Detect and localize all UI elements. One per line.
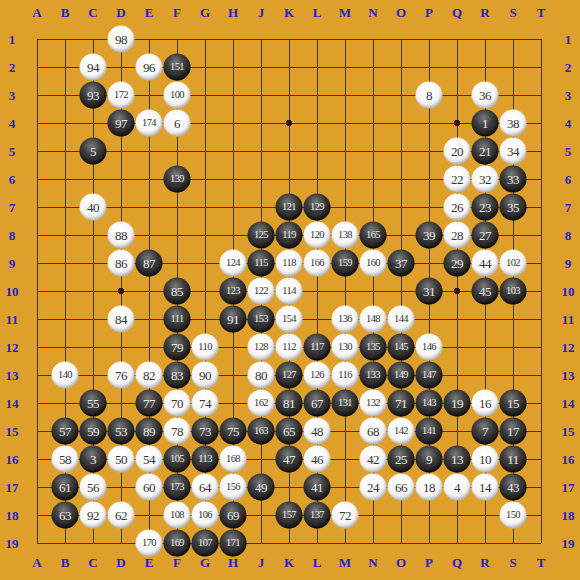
stone-black-S6: 33 — [500, 166, 527, 193]
stone-white-L13: 126 — [304, 362, 331, 389]
stone-black-O9: 37 — [388, 250, 415, 277]
column-label-top-O: O — [396, 6, 406, 19]
stone-black-L12: 117 — [304, 334, 331, 361]
move-number: 19 — [451, 397, 463, 410]
stone-white-Q7: 26 — [444, 194, 471, 221]
row-label-left-19: 19 — [6, 537, 19, 550]
move-number: 156 — [226, 482, 240, 493]
stone-white-C7: 40 — [80, 194, 107, 221]
move-number: 146 — [422, 342, 436, 353]
move-number: 63 — [59, 509, 71, 522]
stone-black-H15: 75 — [220, 418, 247, 445]
move-number: 94 — [87, 61, 99, 74]
move-number: 61 — [59, 481, 71, 494]
move-number: 14 — [479, 481, 491, 494]
column-label-bottom-C: C — [88, 556, 97, 569]
row-label-left-16: 16 — [6, 453, 19, 466]
move-number: 20 — [451, 145, 463, 158]
row-label-left-3: 3 — [9, 89, 16, 102]
stone-black-K7: 121 — [276, 194, 303, 221]
stone-black-E14: 77 — [136, 390, 163, 417]
row-label-right-4: 4 — [565, 117, 572, 130]
column-label-bottom-R: R — [480, 556, 489, 569]
move-number: 53 — [115, 425, 127, 438]
move-number: 87 — [143, 257, 155, 270]
move-number: 16 — [479, 397, 491, 410]
move-number: 66 — [395, 481, 407, 494]
move-number: 151 — [170, 62, 184, 73]
move-number: 79 — [171, 341, 183, 354]
column-label-bottom-F: F — [173, 556, 181, 569]
move-number: 145 — [394, 342, 408, 353]
stone-black-L18: 137 — [304, 502, 331, 529]
move-number: 10 — [479, 453, 491, 466]
stone-white-M8: 138 — [332, 222, 359, 249]
row-label-left-2: 2 — [9, 61, 16, 74]
row-label-right-14: 14 — [562, 397, 575, 410]
move-number: 43 — [507, 481, 519, 494]
stone-white-D8: 88 — [108, 222, 135, 249]
move-number: 47 — [283, 453, 295, 466]
stone-white-E4: 174 — [136, 110, 163, 137]
stone-white-P17: 18 — [416, 474, 443, 501]
stone-black-S10: 103 — [500, 278, 527, 305]
stone-white-L15: 48 — [304, 418, 331, 445]
column-label-bottom-Q: Q — [452, 556, 462, 569]
star-point — [454, 120, 460, 126]
move-number: 136 — [338, 314, 352, 325]
move-number: 137 — [310, 510, 324, 521]
move-number: 60 — [143, 481, 155, 494]
column-label-top-Q: Q — [452, 6, 462, 19]
move-number: 55 — [87, 397, 99, 410]
row-label-left-1: 1 — [9, 33, 16, 46]
stone-black-K14: 81 — [276, 390, 303, 417]
stone-white-G13: 90 — [192, 362, 219, 389]
move-number: 15 — [507, 397, 519, 410]
stone-white-O17: 66 — [388, 474, 415, 501]
move-number: 41 — [311, 481, 323, 494]
stone-white-D1: 98 — [108, 26, 135, 53]
move-number: 18 — [423, 481, 435, 494]
stone-black-Q16: 13 — [444, 446, 471, 473]
move-number: 71 — [395, 397, 407, 410]
column-label-top-E: E — [145, 6, 154, 19]
move-number: 91 — [227, 313, 239, 326]
stone-black-R7: 23 — [472, 194, 499, 221]
stone-black-P15: 141 — [416, 418, 443, 445]
stone-black-C5: 5 — [80, 138, 107, 165]
stone-white-K11: 154 — [276, 306, 303, 333]
move-number: 40 — [87, 201, 99, 214]
stone-white-H16: 168 — [220, 446, 247, 473]
column-label-bottom-A: A — [32, 556, 41, 569]
move-number: 127 — [282, 370, 296, 381]
move-number: 25 — [395, 453, 407, 466]
column-label-bottom-J: J — [258, 556, 265, 569]
stone-white-R14: 16 — [472, 390, 499, 417]
row-label-left-12: 12 — [6, 341, 19, 354]
move-number: 160 — [366, 258, 380, 269]
move-number: 3 — [90, 453, 96, 466]
stone-black-P16: 9 — [416, 446, 443, 473]
stone-black-F12: 79 — [164, 334, 191, 361]
stone-black-O14: 71 — [388, 390, 415, 417]
column-label-top-J: J — [258, 6, 265, 19]
move-number: 50 — [115, 453, 127, 466]
move-number: 29 — [451, 257, 463, 270]
column-label-top-B: B — [61, 6, 70, 19]
row-label-left-5: 5 — [9, 145, 16, 158]
stone-black-O16: 25 — [388, 446, 415, 473]
stone-white-P12: 146 — [416, 334, 443, 361]
stone-white-N11: 148 — [360, 306, 387, 333]
move-number: 5 — [90, 145, 96, 158]
stone-black-F2: 151 — [164, 54, 191, 81]
move-number: 8 — [426, 89, 432, 102]
stone-white-J13: 80 — [248, 362, 275, 389]
stone-white-R16: 10 — [472, 446, 499, 473]
stone-white-G14: 74 — [192, 390, 219, 417]
stone-black-E9: 87 — [136, 250, 163, 277]
stone-white-F3: 100 — [164, 82, 191, 109]
move-number: 75 — [227, 425, 239, 438]
move-number: 165 — [366, 230, 380, 241]
move-number: 31 — [423, 285, 435, 298]
column-label-bottom-S: S — [509, 556, 516, 569]
move-number: 174 — [142, 118, 156, 129]
row-label-left-9: 9 — [9, 257, 16, 270]
move-number: 23 — [479, 201, 491, 214]
stone-black-P10: 31 — [416, 278, 443, 305]
stone-white-J14: 162 — [248, 390, 275, 417]
stone-black-E15: 89 — [136, 418, 163, 445]
stone-white-N17: 24 — [360, 474, 387, 501]
column-label-top-H: H — [228, 6, 238, 19]
stone-white-L8: 120 — [304, 222, 331, 249]
stone-black-J11: 153 — [248, 306, 275, 333]
move-number: 163 — [254, 426, 268, 437]
column-label-bottom-E: E — [145, 556, 154, 569]
move-number: 170 — [142, 538, 156, 549]
row-label-right-12: 12 — [562, 341, 575, 354]
column-label-top-K: K — [284, 6, 294, 19]
stone-white-S5: 34 — [500, 138, 527, 165]
stone-black-C3: 93 — [80, 82, 107, 109]
move-number: 68 — [367, 425, 379, 438]
row-label-right-9: 9 — [565, 257, 572, 270]
stone-black-R8: 27 — [472, 222, 499, 249]
move-number: 144 — [394, 314, 408, 325]
stone-black-J8: 125 — [248, 222, 275, 249]
stone-black-L17: 41 — [304, 474, 331, 501]
move-number: 105 — [170, 454, 184, 465]
stone-white-Q8: 28 — [444, 222, 471, 249]
row-label-right-3: 3 — [565, 89, 572, 102]
column-label-top-T: T — [537, 6, 546, 19]
stone-black-D15: 53 — [108, 418, 135, 445]
stone-white-D9: 86 — [108, 250, 135, 277]
row-label-right-18: 18 — [562, 509, 575, 522]
stone-black-O13: 149 — [388, 362, 415, 389]
move-number: 133 — [366, 370, 380, 381]
stone-white-D13: 76 — [108, 362, 135, 389]
move-number: 38 — [507, 117, 519, 130]
stone-black-N8: 165 — [360, 222, 387, 249]
stone-black-Q9: 29 — [444, 250, 471, 277]
stone-black-L7: 129 — [304, 194, 331, 221]
move-number: 11 — [507, 453, 519, 466]
move-number: 111 — [170, 314, 183, 325]
stone-black-M14: 131 — [332, 390, 359, 417]
stone-white-E19: 170 — [136, 530, 163, 557]
stone-black-R5: 21 — [472, 138, 499, 165]
stone-black-R15: 7 — [472, 418, 499, 445]
stone-white-M13: 116 — [332, 362, 359, 389]
stone-black-F19: 169 — [164, 530, 191, 557]
move-number: 100 — [170, 90, 184, 101]
stone-white-J10: 122 — [248, 278, 275, 305]
move-number: 154 — [282, 314, 296, 325]
column-label-bottom-T: T — [537, 556, 546, 569]
stone-white-F18: 108 — [164, 502, 191, 529]
stone-white-C18: 92 — [80, 502, 107, 529]
stone-white-F15: 78 — [164, 418, 191, 445]
stone-black-F17: 173 — [164, 474, 191, 501]
stone-white-G12: 110 — [192, 334, 219, 361]
column-label-bottom-K: K — [284, 556, 294, 569]
stone-white-S18: 150 — [500, 502, 527, 529]
move-number: 169 — [170, 538, 184, 549]
column-label-bottom-G: G — [200, 556, 210, 569]
stone-white-N9: 160 — [360, 250, 387, 277]
row-label-left-18: 18 — [6, 509, 19, 522]
move-number: 162 — [254, 398, 268, 409]
stone-white-F4: 6 — [164, 110, 191, 137]
move-number: 128 — [254, 342, 268, 353]
move-number: 84 — [115, 313, 127, 326]
column-label-bottom-N: N — [368, 556, 377, 569]
stone-black-L14: 67 — [304, 390, 331, 417]
move-number: 73 — [199, 425, 211, 438]
move-number: 80 — [255, 369, 267, 382]
move-number: 168 — [226, 454, 240, 465]
move-number: 45 — [479, 285, 491, 298]
stone-black-N13: 133 — [360, 362, 387, 389]
move-number: 112 — [282, 342, 296, 353]
stone-white-S4: 38 — [500, 110, 527, 137]
stone-white-B16: 58 — [52, 446, 79, 473]
go-board[interactable]: AABBCCDDEEFFGGHHJJKKLLMMNNOOPPQQRRSSTT11… — [0, 0, 580, 580]
move-number: 123 — [226, 286, 240, 297]
move-number: 120 — [310, 230, 324, 241]
move-number: 159 — [338, 258, 352, 269]
row-label-right-10: 10 — [562, 285, 575, 298]
move-number: 132 — [366, 398, 380, 409]
move-number: 59 — [87, 425, 99, 438]
stone-white-E16: 54 — [136, 446, 163, 473]
move-number: 24 — [367, 481, 379, 494]
stone-black-H18: 69 — [220, 502, 247, 529]
move-number: 102 — [506, 258, 520, 269]
move-number: 116 — [338, 370, 352, 381]
move-number: 173 — [170, 482, 184, 493]
stone-white-O11: 144 — [388, 306, 415, 333]
stone-black-S14: 15 — [500, 390, 527, 417]
move-number: 27 — [479, 229, 491, 242]
row-label-right-11: 11 — [562, 313, 574, 326]
move-number: 28 — [451, 229, 463, 242]
stone-black-J17: 49 — [248, 474, 275, 501]
stone-white-Q6: 22 — [444, 166, 471, 193]
stone-white-E2: 96 — [136, 54, 163, 81]
stone-black-R4: 1 — [472, 110, 499, 137]
stone-white-M11: 136 — [332, 306, 359, 333]
stone-black-G19: 107 — [192, 530, 219, 557]
row-label-left-6: 6 — [9, 173, 16, 186]
star-point — [118, 288, 124, 294]
move-number: 42 — [367, 453, 379, 466]
stone-black-B15: 57 — [52, 418, 79, 445]
row-label-right-8: 8 — [565, 229, 572, 242]
move-number: 35 — [507, 201, 519, 214]
move-number: 113 — [198, 454, 212, 465]
column-label-bottom-M: M — [339, 556, 351, 569]
stone-white-K9: 118 — [276, 250, 303, 277]
stone-white-R3: 36 — [472, 82, 499, 109]
stone-white-J12: 128 — [248, 334, 275, 361]
stone-white-D11: 84 — [108, 306, 135, 333]
stone-black-F10: 85 — [164, 278, 191, 305]
move-number: 157 — [282, 510, 296, 521]
column-label-bottom-D: D — [116, 556, 125, 569]
stone-black-J9: 115 — [248, 250, 275, 277]
stone-black-R10: 45 — [472, 278, 499, 305]
row-label-right-7: 7 — [565, 201, 572, 214]
stone-white-G17: 64 — [192, 474, 219, 501]
move-number: 82 — [143, 369, 155, 382]
move-number: 83 — [171, 369, 183, 382]
move-number: 67 — [311, 397, 323, 410]
stone-black-G16: 113 — [192, 446, 219, 473]
column-label-bottom-P: P — [425, 556, 433, 569]
stone-black-G15: 73 — [192, 418, 219, 445]
move-number: 33 — [507, 173, 519, 186]
move-number: 62 — [115, 509, 127, 522]
stone-white-N14: 132 — [360, 390, 387, 417]
move-number: 78 — [171, 425, 183, 438]
column-label-top-F: F — [173, 6, 181, 19]
move-number: 7 — [482, 425, 488, 438]
move-number: 130 — [338, 342, 352, 353]
stone-black-F11: 111 — [164, 306, 191, 333]
move-number: 46 — [311, 453, 323, 466]
move-number: 85 — [171, 285, 183, 298]
move-number: 98 — [115, 33, 127, 46]
column-label-top-P: P — [425, 6, 433, 19]
stone-white-E17: 60 — [136, 474, 163, 501]
move-number: 172 — [114, 90, 128, 101]
move-number: 58 — [59, 453, 71, 466]
star-point — [454, 288, 460, 294]
stone-white-R9: 44 — [472, 250, 499, 277]
stone-white-L16: 46 — [304, 446, 331, 473]
move-number: 119 — [282, 230, 296, 241]
stone-white-G18: 106 — [192, 502, 219, 529]
stone-black-H10: 123 — [220, 278, 247, 305]
stone-black-F16: 105 — [164, 446, 191, 473]
row-label-right-1: 1 — [565, 33, 572, 46]
move-number: 36 — [479, 89, 491, 102]
row-label-left-11: 11 — [6, 313, 18, 326]
move-number: 6 — [174, 117, 180, 130]
move-number: 150 — [506, 510, 520, 521]
move-number: 32 — [479, 173, 491, 186]
move-number: 39 — [423, 229, 435, 242]
move-number: 126 — [310, 370, 324, 381]
stone-black-S7: 35 — [500, 194, 527, 221]
move-number: 96 — [143, 61, 155, 74]
move-number: 4 — [454, 481, 460, 494]
stone-white-K12: 112 — [276, 334, 303, 361]
stone-black-N12: 135 — [360, 334, 387, 361]
move-number: 26 — [451, 201, 463, 214]
move-number: 9 — [426, 453, 432, 466]
stone-black-S15: 17 — [500, 418, 527, 445]
move-number: 138 — [338, 230, 352, 241]
move-number: 115 — [254, 258, 268, 269]
move-number: 131 — [338, 398, 352, 409]
stone-black-C15: 59 — [80, 418, 107, 445]
move-number: 89 — [143, 425, 155, 438]
move-number: 1 — [482, 117, 488, 130]
row-label-right-6: 6 — [565, 173, 572, 186]
column-label-bottom-O: O — [396, 556, 406, 569]
stone-white-H9: 124 — [220, 250, 247, 277]
move-number: 48 — [311, 425, 323, 438]
move-number: 21 — [479, 145, 491, 158]
move-number: 72 — [339, 509, 351, 522]
move-number: 76 — [115, 369, 127, 382]
move-number: 143 — [422, 398, 436, 409]
stone-black-K15: 65 — [276, 418, 303, 445]
move-number: 88 — [115, 229, 127, 242]
move-number: 142 — [394, 426, 408, 437]
stone-white-D16: 50 — [108, 446, 135, 473]
stone-white-M18: 72 — [332, 502, 359, 529]
row-label-left-10: 10 — [6, 285, 19, 298]
column-label-top-G: G — [200, 6, 210, 19]
move-number: 140 — [58, 370, 72, 381]
column-label-top-D: D — [116, 6, 125, 19]
stone-black-B18: 63 — [52, 502, 79, 529]
move-number: 13 — [451, 453, 463, 466]
move-number: 110 — [198, 342, 212, 353]
move-number: 135 — [366, 342, 380, 353]
move-number: 148 — [366, 314, 380, 325]
stone-black-K18: 157 — [276, 502, 303, 529]
move-number: 70 — [171, 397, 183, 410]
move-number: 125 — [254, 230, 268, 241]
move-number: 139 — [170, 174, 184, 185]
stone-white-C17: 56 — [80, 474, 107, 501]
column-label-bottom-H: H — [228, 556, 238, 569]
row-label-left-8: 8 — [9, 229, 16, 242]
row-label-right-5: 5 — [565, 145, 572, 158]
stone-white-N16: 42 — [360, 446, 387, 473]
row-label-right-16: 16 — [562, 453, 575, 466]
stone-white-Q17: 4 — [444, 474, 471, 501]
